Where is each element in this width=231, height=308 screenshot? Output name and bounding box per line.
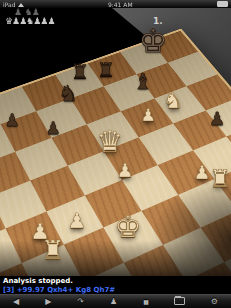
piece-black-rook-f8[interactable]: ♜ [97,60,115,80]
piece-white-king-e1[interactable]: ♚ [115,212,142,242]
bottom-toolbar: ◀▶↷♟▮▮⚙ [0,294,231,308]
chess-app-screen: iPad 9:41 AM 1. ♟ ♞♟ ♛♟♟♞♟♟♟ ♚♜♜♝♞♞♟♟♟♟♛… [0,0,231,308]
engine-line-text: [3] +99.97 Qxh4+ Kg8 Qh7# [3,286,228,294]
next-move-button[interactable]: ▶ [43,298,53,306]
pawn-icon: ♟ [110,297,117,306]
piece-white-pawn-g3[interactable]: ♟ [193,163,210,182]
pause-button[interactable]: ▮▮ [141,298,150,306]
piece-black-pawn-h4[interactable]: ♟ [209,110,225,128]
analysis-status-text: Analysis stopped. [3,277,228,286]
piece-black-pawn-b6[interactable]: ♟ [45,120,60,137]
files-button[interactable] [172,297,187,307]
settings-button[interactable]: ⚙ [209,298,220,306]
piece-white-rook-c1[interactable]: ♜ [41,237,64,263]
hint-button[interactable]: ♟ [108,298,119,306]
piece-black-knight-d7[interactable]: ♞ [58,83,78,105]
pieces-layer: ♚♜♜♝♞♞♟♟♟♟♛♟♟♜♟♚♟♜ [0,0,231,308]
analysis-bar: Analysis stopped. [3] +99.97 Qxh4+ Kg8 Q… [0,276,231,294]
piece-black-king-h8[interactable]: ♚ [139,25,168,57]
forward-arrow-icon: ▶ [45,297,51,306]
replay-button[interactable]: ↷ [75,298,86,306]
piece-white-pawn-f5[interactable]: ♟ [140,107,155,124]
status-bar: iPad 9:41 AM [0,0,231,8]
wifi-icon [18,3,24,7]
piece-white-knight-g5[interactable]: ♞ [163,90,183,112]
battery-icon [217,1,228,7]
gear-icon: ⚙ [211,297,218,306]
piece-black-bishop-g7[interactable]: ♝ [133,71,153,93]
carrier-label: iPad [3,1,24,8]
captured-white-pieces-tray: ♛♟♟♞♟♟♟ [5,17,54,26]
piece-white-pawn-e3[interactable]: ♟ [116,161,133,180]
piece-white-pawn-c2[interactable]: ♟ [68,211,87,232]
piece-black-rook-e8[interactable]: ♜ [71,62,89,82]
back-arrow-icon: ◀ [13,297,19,306]
piece-black-pawn-a6[interactable]: ♟ [4,112,19,129]
piece-white-rook-h2[interactable]: ♜ [209,167,231,191]
redo-arrow-icon: ↷ [77,297,84,306]
pause-icon: ▮▮ [143,298,148,305]
folder-icon [174,297,185,305]
piece-white-queen-e4[interactable]: ♛ [97,127,124,157]
clock-label: 9:41 AM [108,1,133,8]
previous-move-button[interactable]: ◀ [11,298,21,306]
